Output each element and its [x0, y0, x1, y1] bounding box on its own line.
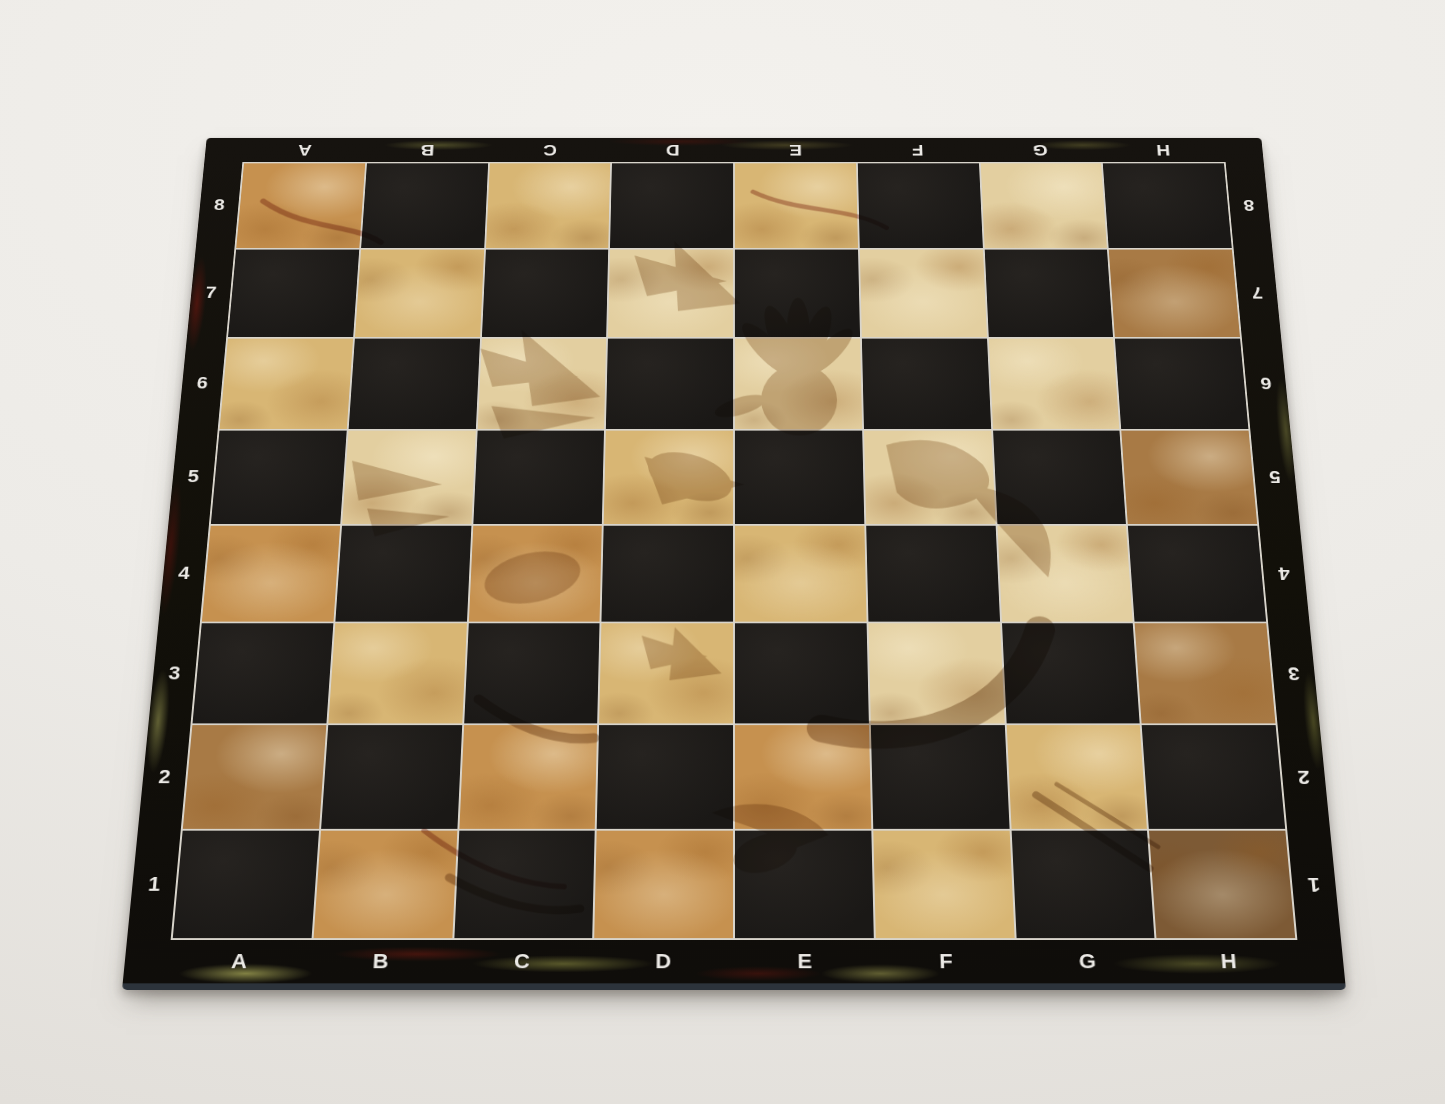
square-c8[interactable]	[486, 163, 611, 248]
coordinate-label: 8	[213, 197, 225, 213]
file-labels-top: ABCDEFGH	[242, 138, 1225, 162]
square-f2[interactable]	[871, 725, 1009, 829]
square-c3[interactable]	[464, 624, 600, 724]
square-b7[interactable]	[355, 249, 484, 336]
square-f8[interactable]	[858, 163, 983, 248]
file-label-top-a: A	[242, 138, 367, 162]
square-g1[interactable]	[1011, 831, 1155, 938]
coordinate-label: 2	[158, 768, 172, 788]
square-g5[interactable]	[993, 430, 1126, 523]
coordinate-label: 6	[1259, 374, 1272, 391]
coordinate-label: 5	[187, 468, 200, 486]
square-g8[interactable]	[980, 163, 1107, 248]
board-frame: ABCDEFGH ABCDEFGH 87654321 87654321	[122, 138, 1346, 990]
square-f6[interactable]	[862, 338, 991, 428]
square-e2[interactable]	[735, 725, 871, 829]
square-d6[interactable]	[606, 338, 733, 428]
square-b8[interactable]	[361, 163, 488, 248]
file-label-bottom-c: C	[450, 940, 593, 983]
square-e1[interactable]	[735, 831, 874, 938]
file-label-bottom-e: E	[734, 940, 876, 983]
square-d7[interactable]	[608, 249, 733, 336]
square-g6[interactable]	[988, 338, 1119, 428]
file-label-bottom-f: F	[875, 940, 1018, 983]
photo-background: ABCDEFGH ABCDEFGH 87654321 87654321	[0, 0, 1445, 1104]
square-a2[interactable]	[183, 725, 326, 829]
square-a7[interactable]	[228, 249, 359, 336]
square-b4[interactable]	[335, 525, 471, 622]
file-label-bottom-h: H	[1157, 940, 1302, 983]
coordinate-label: D	[655, 951, 671, 972]
coordinate-label: E	[789, 142, 802, 158]
square-g2[interactable]	[1006, 725, 1147, 829]
square-e8[interactable]	[735, 163, 858, 248]
square-b3[interactable]	[328, 624, 466, 724]
square-d8[interactable]	[610, 163, 733, 248]
coordinate-label: H	[1220, 951, 1237, 972]
square-h1[interactable]	[1149, 831, 1295, 938]
file-label-bottom-d: D	[592, 940, 734, 983]
square-e3[interactable]	[735, 624, 869, 724]
square-h4[interactable]	[1128, 525, 1266, 622]
square-f5[interactable]	[864, 430, 995, 523]
coordinate-label: E	[797, 951, 812, 972]
square-c5[interactable]	[473, 430, 604, 523]
square-f1[interactable]	[873, 831, 1014, 938]
square-c1[interactable]	[454, 831, 595, 938]
file-label-top-d: D	[611, 138, 734, 162]
square-a4[interactable]	[202, 525, 340, 622]
square-e4[interactable]	[735, 525, 866, 622]
coordinate-label: C	[514, 951, 531, 972]
coordinate-label: 2	[1297, 768, 1311, 788]
square-a1[interactable]	[173, 831, 319, 938]
file-label-top-c: C	[488, 138, 611, 162]
file-label-top-e: E	[734, 138, 857, 162]
square-d2[interactable]	[597, 725, 733, 829]
square-d3[interactable]	[599, 624, 733, 724]
square-b1[interactable]	[313, 831, 457, 938]
square-e5[interactable]	[735, 430, 864, 523]
file-label-top-h: H	[1101, 138, 1226, 162]
square-f4[interactable]	[866, 525, 1000, 622]
square-g3[interactable]	[1002, 624, 1140, 724]
square-d1[interactable]	[594, 831, 733, 938]
coordinate-label: 3	[1287, 664, 1300, 683]
rank-label-right-7: 7	[1234, 248, 1282, 337]
square-c4[interactable]	[468, 525, 602, 622]
chess-board: ABCDEFGH ABCDEFGH 87654321 87654321	[122, 138, 1346, 990]
square-g7[interactable]	[984, 249, 1113, 336]
square-e6[interactable]	[735, 338, 862, 428]
coordinate-label: H	[1156, 142, 1171, 158]
square-h3[interactable]	[1135, 624, 1276, 724]
coordinate-label: 5	[1268, 468, 1281, 486]
square-a8[interactable]	[236, 163, 365, 248]
file-label-top-b: B	[365, 138, 489, 162]
file-label-bottom-a: A	[167, 940, 312, 983]
coordinate-label: 6	[196, 374, 209, 391]
square-c7[interactable]	[481, 249, 608, 336]
square-e7[interactable]	[735, 249, 860, 336]
file-labels-bottom: ABCDEFGH	[167, 940, 1302, 983]
coordinate-label: C	[543, 142, 557, 158]
square-h6[interactable]	[1115, 338, 1248, 428]
square-b5[interactable]	[342, 430, 475, 523]
square-b2[interactable]	[321, 725, 462, 829]
coordinate-label: D	[666, 142, 680, 158]
coordinate-label: 8	[1243, 197, 1255, 213]
square-h8[interactable]	[1103, 163, 1232, 248]
square-a3[interactable]	[192, 624, 333, 724]
coordinate-label: B	[420, 142, 435, 158]
file-label-top-f: F	[856, 138, 979, 162]
coordinate-label: 1	[147, 875, 161, 895]
coordinate-label: F	[939, 951, 953, 972]
coordinate-label: 4	[1277, 564, 1290, 582]
coordinate-label: 1	[1307, 875, 1321, 895]
coordinate-label: F	[912, 142, 924, 158]
coordinate-label: A	[231, 951, 248, 972]
coordinate-label: G	[1078, 951, 1096, 972]
square-h5[interactable]	[1121, 430, 1257, 523]
coordinate-label: A	[297, 142, 312, 158]
coordinate-label: 3	[168, 664, 181, 683]
square-d5[interactable]	[604, 430, 733, 523]
square-c2[interactable]	[459, 725, 597, 829]
file-label-bottom-b: B	[308, 940, 452, 983]
square-b6[interactable]	[348, 338, 479, 428]
square-d4[interactable]	[602, 525, 733, 622]
file-label-bottom-g: G	[1016, 940, 1160, 983]
coordinate-label: 7	[1251, 284, 1263, 300]
coordinate-label: G	[1033, 142, 1049, 158]
board-grid	[171, 162, 1298, 940]
square-a6[interactable]	[220, 338, 353, 428]
square-c6[interactable]	[477, 338, 606, 428]
square-f7[interactable]	[860, 249, 987, 336]
square-h7[interactable]	[1109, 249, 1240, 336]
coordinate-label: B	[372, 951, 389, 972]
file-label-top-g: G	[979, 138, 1103, 162]
square-h2[interactable]	[1142, 725, 1285, 829]
square-g4[interactable]	[997, 525, 1133, 622]
coordinate-label: 4	[177, 564, 190, 582]
coordinate-label: 7	[205, 284, 217, 300]
rank-label-right-8: 8	[1226, 162, 1273, 248]
square-a5[interactable]	[211, 430, 347, 523]
square-f3[interactable]	[868, 624, 1004, 724]
